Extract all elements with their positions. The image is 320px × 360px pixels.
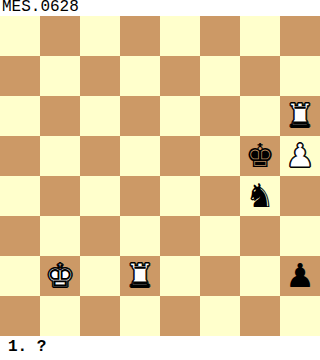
square-g3[interactable] (240, 216, 280, 256)
square-a2[interactable] (0, 256, 40, 296)
square-f4[interactable] (200, 176, 240, 216)
square-f6[interactable] (200, 96, 240, 136)
square-h6[interactable]: ♜ (280, 96, 320, 136)
square-d8[interactable] (120, 16, 160, 56)
square-a1[interactable] (0, 296, 40, 336)
square-g1[interactable] (240, 296, 280, 336)
square-b2[interactable]: ♚ (40, 256, 80, 296)
square-e2[interactable] (160, 256, 200, 296)
square-f1[interactable] (200, 296, 240, 336)
square-a5[interactable] (0, 136, 40, 176)
square-e6[interactable] (160, 96, 200, 136)
puzzle-id-title: MES.0628 (2, 0, 79, 15)
square-h7[interactable] (280, 56, 320, 96)
move-prompt: 1. ? (8, 337, 46, 357)
square-h8[interactable] (280, 16, 320, 56)
chess-board: ♜♚♟♞♚♜♟ (0, 16, 320, 336)
black-king-g5[interactable]: ♚ (245, 136, 275, 176)
square-c6[interactable] (80, 96, 120, 136)
square-d7[interactable] (120, 56, 160, 96)
square-h2[interactable]: ♟ (280, 256, 320, 296)
square-h5[interactable]: ♟ (280, 136, 320, 176)
square-h3[interactable] (280, 216, 320, 256)
square-d2[interactable]: ♜ (120, 256, 160, 296)
square-c5[interactable] (80, 136, 120, 176)
square-b3[interactable] (40, 216, 80, 256)
square-e3[interactable] (160, 216, 200, 256)
square-e1[interactable] (160, 296, 200, 336)
square-g7[interactable] (240, 56, 280, 96)
square-b5[interactable] (40, 136, 80, 176)
square-a3[interactable] (0, 216, 40, 256)
square-b4[interactable] (40, 176, 80, 216)
square-d1[interactable] (120, 296, 160, 336)
square-a6[interactable] (0, 96, 40, 136)
square-b6[interactable] (40, 96, 80, 136)
square-f7[interactable] (200, 56, 240, 96)
square-e4[interactable] (160, 176, 200, 216)
square-b1[interactable] (40, 296, 80, 336)
black-pawn-h2[interactable]: ♟ (285, 256, 315, 296)
square-g4[interactable]: ♞ (240, 176, 280, 216)
square-a7[interactable] (0, 56, 40, 96)
square-e5[interactable] (160, 136, 200, 176)
black-knight-g4[interactable]: ♞ (245, 176, 275, 216)
square-c4[interactable] (80, 176, 120, 216)
square-d6[interactable] (120, 96, 160, 136)
square-d3[interactable] (120, 216, 160, 256)
square-d5[interactable] (120, 136, 160, 176)
square-h1[interactable] (280, 296, 320, 336)
square-h4[interactable] (280, 176, 320, 216)
square-a4[interactable] (0, 176, 40, 216)
square-f3[interactable] (200, 216, 240, 256)
square-c3[interactable] (80, 216, 120, 256)
square-b7[interactable] (40, 56, 80, 96)
square-c7[interactable] (80, 56, 120, 96)
square-c8[interactable] (80, 16, 120, 56)
square-e8[interactable] (160, 16, 200, 56)
square-f8[interactable] (200, 16, 240, 56)
square-g8[interactable] (240, 16, 280, 56)
square-g5[interactable]: ♚ (240, 136, 280, 176)
square-f2[interactable] (200, 256, 240, 296)
white-rook-h6[interactable]: ♜ (285, 96, 315, 136)
square-g6[interactable] (240, 96, 280, 136)
square-e7[interactable] (160, 56, 200, 96)
square-c2[interactable] (80, 256, 120, 296)
square-b8[interactable] (40, 16, 80, 56)
square-f5[interactable] (200, 136, 240, 176)
square-d4[interactable] (120, 176, 160, 216)
square-a8[interactable] (0, 16, 40, 56)
square-g2[interactable] (240, 256, 280, 296)
white-pawn-h5[interactable]: ♟ (285, 136, 315, 176)
white-rook-d2[interactable]: ♜ (125, 256, 155, 296)
square-c1[interactable] (80, 296, 120, 336)
white-king-b2[interactable]: ♚ (45, 256, 75, 296)
